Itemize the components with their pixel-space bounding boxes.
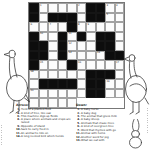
white-cell <box>77 51 87 61</box>
black-cell <box>48 13 58 23</box>
cell-number: 4 <box>116 4 118 7</box>
black-cell <box>58 13 68 23</box>
black-cell <box>105 41 115 51</box>
black-cell <box>67 79 77 89</box>
black-cell <box>67 13 77 23</box>
white-cell: 5 <box>105 13 115 23</box>
white-cell <box>67 89 77 99</box>
clue-number: 14. <box>16 135 20 138</box>
white-cell: 13 <box>67 51 77 61</box>
white-cell <box>67 70 77 80</box>
black-cell <box>77 32 87 42</box>
across-list: 1.Yield of a planted field4.A kind of tr… <box>16 108 74 138</box>
clue-text: What we eat with <box>81 139 134 142</box>
margin-print-artifact-left <box>1 125 2 147</box>
white-cell: 4 <box>115 3 125 13</box>
white-cell: 8 <box>77 22 87 32</box>
down-clues: Down: 1.A baby horse2.A baby dog3.The an… <box>76 104 134 142</box>
white-cell <box>115 32 125 42</box>
black-cell <box>67 22 77 32</box>
white-cell <box>86 32 96 42</box>
white-cell: 10 <box>39 32 49 42</box>
cell-number: 14 <box>97 51 100 54</box>
cell-number: 19 <box>106 80 109 83</box>
white-cell: 14 <box>96 51 106 61</box>
white-cell <box>58 60 68 70</box>
cell-number: 5 <box>106 13 108 16</box>
black-cell <box>96 79 106 89</box>
white-cell <box>48 3 58 13</box>
black-cell <box>86 3 96 13</box>
white-cell <box>105 22 115 32</box>
cell-number: 7 <box>49 23 51 26</box>
white-cell: 1 <box>39 3 49 13</box>
black-cell <box>29 41 39 51</box>
cell-number: 15 <box>40 61 43 64</box>
white-cell <box>29 79 39 89</box>
cell-number: 12 <box>68 42 71 45</box>
white-cell <box>105 60 115 70</box>
cell-number: 16 <box>78 61 81 64</box>
white-cell <box>86 51 96 61</box>
white-cell: 15 <box>39 60 49 70</box>
cell-number: 2 <box>78 4 80 7</box>
black-cell <box>86 70 96 80</box>
clue-text: A long necked bird which honks <box>21 135 74 138</box>
cell-number: 18 <box>30 70 33 73</box>
white-cell <box>115 13 125 23</box>
cell-number: 6 <box>30 23 32 26</box>
black-cell <box>105 70 115 80</box>
cell-number: 11 <box>68 32 71 35</box>
black-cell <box>96 41 106 51</box>
white-cell <box>39 22 49 32</box>
black-cell <box>39 51 49 61</box>
down-list: 1.A baby horse2.A baby dog3.The animal t… <box>76 108 134 142</box>
black-cell <box>58 32 68 42</box>
white-cell: 12 <box>67 41 77 51</box>
white-cell <box>77 70 87 80</box>
white-cell <box>58 22 68 32</box>
black-cell <box>58 51 68 61</box>
black-cell <box>29 13 39 23</box>
black-cell <box>29 32 39 42</box>
white-cell <box>105 89 115 99</box>
clue-number: 13. <box>76 139 80 142</box>
white-cell <box>115 41 125 51</box>
black-cell <box>67 60 77 70</box>
crossword-grid: 1234567891011121314151617181920 <box>28 2 125 109</box>
cell-number: 3 <box>106 4 108 7</box>
cell-number: 17 <box>116 61 119 64</box>
cell-number: 20 <box>30 89 33 92</box>
white-cell <box>77 41 87 51</box>
crossword-page: 1234567891011121314151617181920 <box>0 0 150 150</box>
cell-number: 1 <box>40 4 42 7</box>
white-cell: 6 <box>29 22 39 32</box>
cell-number: 13 <box>68 51 71 54</box>
black-cell <box>58 41 68 51</box>
white-cell <box>39 13 49 23</box>
black-cell <box>86 89 96 99</box>
white-cell <box>77 79 87 89</box>
white-cell <box>48 51 58 61</box>
white-cell: 7 <box>48 22 58 32</box>
white-cell <box>86 60 96 70</box>
white-cell: 18 <box>29 70 39 80</box>
black-cell <box>58 79 68 89</box>
white-cell: 20 <box>29 89 39 99</box>
white-cell: 16 <box>77 60 87 70</box>
white-cell <box>48 60 58 70</box>
clue: 14.A long necked bird which honks <box>16 135 74 138</box>
black-cell <box>86 13 96 23</box>
white-cell <box>48 32 58 42</box>
white-cell <box>96 22 106 32</box>
white-cell <box>58 3 68 13</box>
white-cell <box>115 22 125 32</box>
black-cell <box>96 3 106 13</box>
black-cell <box>96 13 106 23</box>
white-cell: 3 <box>105 3 115 13</box>
black-cell <box>39 41 49 51</box>
black-cell <box>86 79 96 89</box>
cell-number: 8 <box>78 23 80 26</box>
cell-number: 10 <box>40 32 43 35</box>
white-cell <box>39 89 49 99</box>
white-cell <box>67 3 77 13</box>
white-cell <box>77 13 87 23</box>
white-cell <box>48 70 58 80</box>
white-cell <box>48 41 58 51</box>
white-cell: 2 <box>77 3 87 13</box>
black-cell <box>96 70 106 80</box>
black-cell <box>39 79 49 89</box>
white-cell <box>96 60 106 70</box>
margin-print-artifact-right <box>147 108 148 134</box>
black-cell <box>48 79 58 89</box>
white-cell: 19 <box>105 79 115 89</box>
black-cell <box>105 32 115 42</box>
black-cell <box>29 51 39 61</box>
white-cell <box>39 70 49 80</box>
black-cell <box>29 60 39 70</box>
white-cell: 9 <box>86 22 96 32</box>
across-clues: Across: 1.Yield of a planted field4.A ki… <box>16 104 74 139</box>
white-cell <box>58 89 68 99</box>
black-cell <box>29 3 39 13</box>
white-cell <box>58 70 68 80</box>
white-cell <box>77 89 87 99</box>
black-cell <box>96 89 106 99</box>
cell-number: 9 <box>87 23 89 26</box>
clue: 13.What we eat with <box>76 139 134 142</box>
black-cell <box>96 32 106 42</box>
white-cell <box>48 89 58 99</box>
white-cell <box>86 41 96 51</box>
black-cell <box>105 51 115 61</box>
white-cell: 11 <box>67 32 77 42</box>
